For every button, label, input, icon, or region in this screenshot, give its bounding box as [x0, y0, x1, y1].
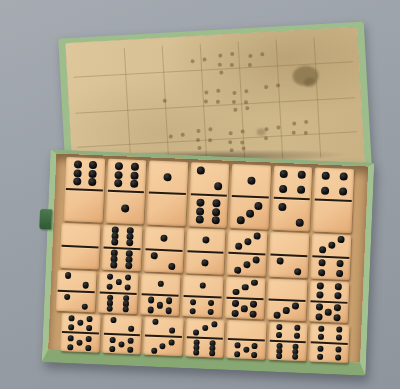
- domino-tile-0-5[interactable]: [226, 320, 266, 360]
- lid-pip-impression: [258, 79, 289, 107]
- tile-top-half-3: [228, 230, 268, 253]
- domino-tile-4-0[interactable]: [313, 167, 354, 233]
- pip: [321, 172, 329, 180]
- pip: [318, 269, 325, 276]
- domino-tile-6-6[interactable]: [101, 225, 142, 272]
- pip: [68, 324, 74, 330]
- pip: [316, 304, 323, 311]
- tile-bottom-half-6: [98, 293, 138, 314]
- pip: [200, 282, 207, 289]
- tile-top-half-6: [107, 159, 147, 192]
- impression-dot: [276, 125, 280, 129]
- pip: [127, 346, 133, 352]
- tile-bottom-half-4: [311, 257, 351, 280]
- impression-dot: [233, 108, 237, 112]
- pip: [86, 324, 92, 330]
- pip: [208, 300, 215, 307]
- impression-dot: [264, 85, 268, 89]
- impression-dot: [204, 90, 208, 94]
- pip: [294, 325, 300, 331]
- pip: [169, 328, 175, 334]
- pip: [151, 252, 158, 259]
- pip: [292, 303, 299, 310]
- tile-top-half-4: [273, 166, 313, 199]
- impression-dot: [218, 63, 222, 67]
- lid-pip-impression: [212, 47, 243, 75]
- tile-top-half-1: [186, 228, 226, 251]
- pip: [197, 198, 205, 206]
- pip: [130, 180, 138, 188]
- pip: [202, 236, 209, 243]
- domino-tile-1-0[interactable]: [147, 160, 188, 226]
- pip: [65, 272, 72, 279]
- impression-dot: [196, 138, 200, 142]
- impression-dot: [241, 129, 245, 133]
- domino-tile-3-6[interactable]: [185, 318, 225, 358]
- pip: [128, 326, 134, 332]
- impression-dot: [196, 129, 200, 133]
- tile-bottom-half-6: [268, 342, 307, 362]
- pip: [115, 171, 123, 179]
- pip: [318, 326, 324, 332]
- tile-bottom-half-0: [147, 193, 187, 226]
- pip: [252, 256, 259, 263]
- pip: [250, 311, 257, 318]
- pip: [111, 238, 118, 245]
- pip: [69, 315, 75, 321]
- pip: [68, 335, 74, 341]
- pip: [243, 347, 249, 353]
- pip: [110, 336, 116, 342]
- pip: [166, 297, 173, 304]
- pip: [336, 270, 343, 277]
- pip: [88, 169, 96, 177]
- domino-tile-0-3[interactable]: [266, 279, 307, 322]
- pip: [211, 321, 217, 327]
- pip: [190, 299, 197, 306]
- pip: [317, 346, 323, 352]
- domino-tile-1-5[interactable]: [140, 273, 181, 316]
- domino-tile-1-4[interactable]: [182, 275, 223, 318]
- tile-top-half-1: [144, 226, 184, 249]
- pip: [247, 176, 255, 184]
- pip: [253, 233, 260, 240]
- domino-tile-3-3[interactable]: [227, 230, 268, 277]
- pip: [276, 353, 282, 359]
- pip: [124, 284, 131, 291]
- pip: [279, 185, 287, 193]
- tile-bottom-half-0: [313, 200, 353, 233]
- tile-top-half-2: [57, 270, 97, 291]
- impression-dot: [230, 52, 234, 56]
- domino-tile-5-5[interactable]: [60, 313, 100, 353]
- tile-bottom-half-0: [64, 190, 104, 223]
- impression-dot: [240, 140, 244, 144]
- pip: [294, 333, 300, 339]
- pip: [252, 351, 258, 357]
- domino-tile-4-5[interactable]: [308, 280, 349, 323]
- domino-tile-0-0[interactable]: [60, 223, 101, 270]
- tile-top-half-4: [310, 323, 349, 343]
- impression-dot: [191, 59, 195, 63]
- pip: [106, 283, 113, 290]
- pip: [250, 301, 257, 308]
- impression-dot: [163, 99, 167, 103]
- tile-top-half-3: [186, 318, 225, 338]
- pip: [337, 236, 344, 243]
- tile-bottom-half-6: [185, 338, 224, 358]
- tile-top-half-6: [102, 225, 142, 248]
- tile-top-half-0: [61, 223, 101, 246]
- impression-dot: [230, 63, 234, 67]
- pip: [276, 258, 283, 265]
- pip: [202, 325, 208, 331]
- domino-tile-2-3[interactable]: [143, 316, 183, 356]
- tile-bottom-half-1: [185, 252, 225, 275]
- pip: [234, 351, 240, 357]
- pip: [279, 203, 287, 211]
- tile-top-half-1: [141, 273, 181, 294]
- pip: [122, 306, 129, 313]
- pip: [89, 161, 97, 169]
- pip: [212, 199, 220, 207]
- pip: [234, 266, 241, 273]
- pip: [158, 280, 165, 287]
- pip: [115, 279, 122, 286]
- tile-bottom-half-3: [266, 300, 306, 321]
- impression-dot: [248, 54, 252, 58]
- pip: [318, 334, 324, 340]
- pip: [317, 354, 323, 360]
- tile-bottom-half-5: [140, 295, 180, 316]
- pip: [334, 304, 341, 311]
- pip: [160, 343, 166, 349]
- domino-tile-2-5[interactable]: [102, 315, 142, 355]
- tile-bottom-half-3: [227, 253, 267, 276]
- pip: [276, 332, 282, 338]
- impression-dot: [264, 127, 268, 131]
- pip: [335, 355, 341, 361]
- pip: [73, 177, 81, 185]
- pip: [77, 340, 83, 346]
- pip: [255, 202, 263, 210]
- pip: [234, 342, 240, 348]
- box-tray: [42, 149, 375, 375]
- tile-bottom-half-0: [60, 246, 100, 269]
- pip: [125, 274, 132, 281]
- tile-bottom-half-4: [309, 343, 348, 363]
- domino-tile-6-1[interactable]: [105, 159, 146, 225]
- impression-dot: [244, 100, 248, 104]
- pip: [196, 216, 204, 224]
- pip: [86, 335, 92, 341]
- domino-tile-0-2[interactable]: [269, 232, 310, 279]
- tile-top-half-0: [227, 320, 266, 340]
- pip: [319, 246, 326, 253]
- pip: [280, 170, 288, 178]
- impression-dot: [248, 63, 252, 67]
- pip: [241, 305, 248, 312]
- tile-top-half-1: [231, 164, 271, 197]
- pip: [164, 173, 172, 181]
- pip: [114, 179, 122, 187]
- tile-top-half-3: [312, 233, 352, 256]
- impression-dot: [216, 100, 220, 104]
- pip: [88, 178, 96, 186]
- pip: [335, 292, 342, 299]
- pip: [321, 186, 329, 194]
- pip: [147, 306, 154, 313]
- pip: [193, 350, 199, 356]
- pip: [85, 344, 91, 350]
- lid-pip-impression: [286, 115, 317, 143]
- tile-bottom-half-2: [271, 199, 311, 232]
- pip: [87, 315, 93, 321]
- impression-dot: [304, 120, 308, 124]
- pip: [339, 173, 347, 181]
- pip: [336, 260, 343, 267]
- tile-top-half-0: [270, 232, 310, 255]
- impression-dot: [292, 121, 296, 125]
- pip: [209, 350, 215, 356]
- impression-dot: [232, 100, 236, 104]
- pip: [339, 187, 347, 195]
- pip: [211, 216, 219, 224]
- pip: [157, 302, 164, 309]
- impression-dot: [245, 106, 249, 110]
- pip: [318, 259, 325, 266]
- domino-tile-5-6[interactable]: [98, 271, 139, 314]
- pip: [110, 317, 116, 323]
- pip: [335, 335, 341, 341]
- pip: [316, 313, 323, 320]
- pip: [335, 346, 341, 352]
- pip: [121, 204, 129, 212]
- impression-dot: [219, 70, 223, 74]
- pip: [110, 262, 117, 269]
- pip: [214, 182, 222, 190]
- tile-top-half-5: [99, 271, 139, 292]
- tile-top-half-4: [309, 280, 349, 301]
- domino-tile-1-1[interactable]: [185, 228, 226, 275]
- tile-bottom-half-2: [269, 255, 309, 278]
- lid-pip-impression: [242, 48, 273, 76]
- impression-dot: [208, 127, 212, 131]
- tile-bottom-half-5: [226, 340, 265, 360]
- pip: [297, 185, 305, 193]
- tile-bottom-half-4: [182, 296, 222, 317]
- impression-dot: [169, 134, 173, 138]
- pip: [73, 169, 81, 177]
- domino-tile-3-5[interactable]: [224, 277, 265, 320]
- tile-top-half-2: [144, 316, 183, 336]
- tile-top-half-1: [183, 275, 223, 296]
- lid-pip-impression: [190, 123, 221, 151]
- tile-top-half-5: [61, 313, 100, 333]
- pip: [212, 208, 220, 216]
- pip: [197, 167, 205, 175]
- tile-top-half-0: [267, 279, 307, 300]
- pip: [235, 243, 242, 250]
- domino-tile-2-2[interactable]: [56, 270, 97, 313]
- tile-top-half-2: [103, 315, 142, 335]
- pip: [336, 326, 342, 332]
- tile-top-half-3: [225, 277, 265, 298]
- pip: [78, 320, 84, 326]
- tile-bottom-half-5: [60, 333, 99, 353]
- pip: [294, 268, 301, 275]
- pip: [169, 339, 175, 345]
- pip: [252, 342, 258, 348]
- pip: [335, 283, 342, 290]
- lid-pip-impression: [156, 93, 187, 121]
- pip: [152, 319, 158, 325]
- pip: [125, 262, 132, 269]
- domino-tile-4-2[interactable]: [271, 166, 312, 232]
- pip: [126, 239, 133, 246]
- domino-tile-1-2[interactable]: [143, 226, 184, 273]
- impression-dot: [232, 91, 236, 95]
- impression-dot: [276, 83, 280, 87]
- impression-dot: [218, 54, 222, 58]
- tile-bottom-half-5: [308, 302, 348, 323]
- pip: [68, 344, 74, 350]
- pip: [130, 162, 138, 170]
- impression-dot: [228, 140, 232, 144]
- pip: [106, 305, 113, 312]
- domino-tile-6-0[interactable]: [64, 157, 105, 223]
- tile-top-half-4: [314, 167, 354, 200]
- domino-tile-2-6[interactable]: [188, 162, 229, 228]
- impression-dot: [204, 99, 208, 103]
- pip: [292, 354, 298, 360]
- pip: [130, 171, 138, 179]
- impression-dot: [229, 131, 233, 135]
- lid-pip-impression: [198, 84, 229, 112]
- photo-vintage-domino-box: { "game": "dominoes", "set": "double-six…: [0, 0, 400, 389]
- pip: [107, 273, 114, 280]
- tile-bottom-half-3: [143, 336, 182, 356]
- pip: [115, 162, 123, 170]
- pip: [196, 207, 204, 215]
- pip: [232, 300, 239, 307]
- tile-bottom-half-3: [230, 197, 270, 230]
- tile-bottom-half-2: [56, 291, 96, 312]
- tile-bottom-half-5: [102, 335, 141, 355]
- pip: [246, 209, 254, 217]
- tile-bottom-half-1: [105, 192, 145, 225]
- impression-dot: [244, 89, 248, 93]
- impression-dot: [260, 52, 264, 56]
- pip: [232, 310, 239, 317]
- domino-tile-4-6[interactable]: [268, 322, 308, 362]
- lid-pip-impression: [184, 53, 215, 81]
- pip: [64, 293, 71, 300]
- pip: [296, 218, 304, 226]
- tile-bottom-half-6: [188, 195, 228, 228]
- tile-top-half-6: [65, 157, 105, 190]
- pip: [73, 160, 81, 168]
- pip: [325, 309, 332, 316]
- pip: [168, 263, 175, 270]
- domino-row-1: [64, 157, 354, 233]
- pip: [251, 279, 258, 286]
- pip: [165, 307, 172, 314]
- impression-dot: [216, 89, 220, 93]
- domino-tile-1-3[interactable]: [230, 164, 271, 230]
- pip: [160, 234, 167, 241]
- pip: [328, 241, 335, 248]
- tile-top-half-4: [269, 322, 308, 342]
- lid-pip-impression: [258, 121, 289, 149]
- lid-pip-impression: [226, 85, 257, 113]
- pip: [233, 288, 240, 295]
- box-clasp[interactable]: [39, 209, 52, 229]
- domino-tile-4-4[interactable]: [309, 323, 349, 363]
- impression-dot: [202, 57, 206, 61]
- impression-dot: [304, 131, 308, 135]
- tile-top-half-1: [148, 160, 188, 193]
- pip: [127, 337, 133, 343]
- domino-tile-3-4[interactable]: [311, 233, 352, 280]
- pip: [277, 324, 283, 330]
- pip: [243, 261, 250, 268]
- pip: [118, 341, 124, 347]
- pip: [81, 303, 88, 310]
- impression-dot: [181, 133, 185, 137]
- pip: [317, 283, 324, 290]
- pip: [148, 297, 155, 304]
- pip: [244, 238, 251, 245]
- impression-dot: [208, 138, 212, 142]
- pip: [242, 284, 249, 291]
- impression-dot: [292, 131, 296, 135]
- pip: [193, 329, 199, 335]
- pip: [208, 309, 215, 316]
- pip: [317, 292, 324, 299]
- pip: [298, 171, 306, 179]
- pip: [334, 314, 341, 321]
- pip: [201, 259, 208, 266]
- pip: [109, 345, 115, 351]
- pip: [283, 307, 290, 314]
- pip: [274, 312, 281, 319]
- pip: [190, 308, 197, 315]
- tile-bottom-half-5: [224, 298, 264, 319]
- tile-bottom-half-2: [143, 250, 183, 273]
- tile-top-half-2: [190, 162, 230, 195]
- impression-dot: [264, 136, 268, 140]
- pip: [236, 216, 244, 224]
- pip: [82, 282, 89, 289]
- tile-bottom-half-6: [101, 248, 141, 271]
- pip: [151, 347, 157, 353]
